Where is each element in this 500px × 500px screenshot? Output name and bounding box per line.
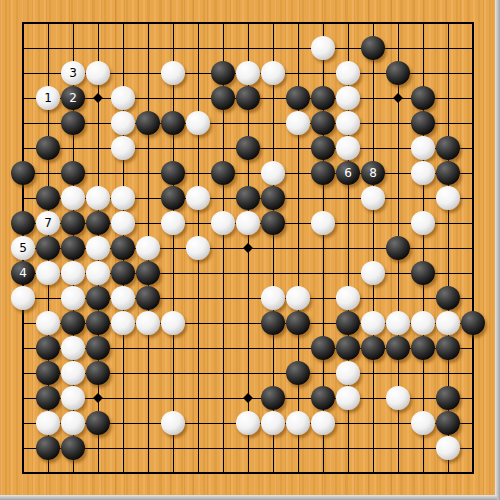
white-stone bbox=[261, 411, 285, 435]
white-stone bbox=[86, 236, 110, 260]
white-stone-move-7: 7 bbox=[36, 211, 60, 235]
white-stone bbox=[336, 386, 360, 410]
white-stone bbox=[136, 311, 160, 335]
black-stone bbox=[236, 186, 260, 210]
black-stone-move-8: 8 bbox=[361, 161, 385, 185]
white-stone bbox=[111, 286, 135, 310]
white-stone bbox=[186, 186, 210, 210]
black-stone bbox=[11, 161, 35, 185]
black-stone bbox=[86, 361, 110, 385]
black-stone bbox=[311, 86, 335, 110]
black-stone bbox=[86, 411, 110, 435]
white-stone bbox=[411, 211, 435, 235]
black-stone bbox=[311, 336, 335, 360]
board-edge-right bbox=[495, 0, 500, 500]
black-stone bbox=[411, 111, 435, 135]
black-stone bbox=[311, 136, 335, 160]
white-stone-move-5: 5 bbox=[11, 236, 35, 260]
white-stone bbox=[361, 261, 385, 285]
black-stone bbox=[436, 386, 460, 410]
white-stone bbox=[311, 211, 335, 235]
black-stone bbox=[311, 386, 335, 410]
black-stone bbox=[36, 186, 60, 210]
white-stone bbox=[361, 311, 385, 335]
black-stone bbox=[436, 286, 460, 310]
black-stone bbox=[161, 161, 185, 185]
white-stone bbox=[411, 411, 435, 435]
black-stone bbox=[411, 86, 435, 110]
black-stone bbox=[86, 336, 110, 360]
white-stone bbox=[411, 161, 435, 185]
white-stone bbox=[111, 211, 135, 235]
white-stone bbox=[86, 261, 110, 285]
move-number-label: 3 bbox=[69, 61, 77, 85]
black-stone bbox=[161, 111, 185, 135]
black-stone bbox=[211, 161, 235, 185]
black-stone bbox=[336, 311, 360, 335]
black-stone bbox=[11, 211, 35, 235]
white-stone bbox=[36, 411, 60, 435]
white-stone bbox=[236, 211, 260, 235]
white-stone bbox=[336, 361, 360, 385]
black-stone bbox=[86, 311, 110, 335]
white-stone bbox=[111, 111, 135, 135]
black-stone bbox=[136, 111, 160, 135]
black-stone bbox=[361, 336, 385, 360]
black-stone bbox=[61, 211, 85, 235]
white-stone bbox=[411, 311, 435, 335]
white-stone bbox=[61, 186, 85, 210]
black-stone bbox=[261, 386, 285, 410]
black-stone bbox=[136, 261, 160, 285]
black-stone bbox=[61, 236, 85, 260]
black-stone bbox=[236, 136, 260, 160]
white-stone bbox=[86, 61, 110, 85]
white-stone bbox=[61, 261, 85, 285]
black-stone bbox=[436, 136, 460, 160]
move-number-label: 1 bbox=[44, 86, 52, 110]
black-stone bbox=[36, 361, 60, 385]
white-stone bbox=[261, 286, 285, 310]
black-stone bbox=[311, 161, 335, 185]
white-stone bbox=[386, 386, 410, 410]
black-stone bbox=[261, 211, 285, 235]
black-stone bbox=[361, 36, 385, 60]
black-stone bbox=[36, 336, 60, 360]
black-stone bbox=[386, 336, 410, 360]
black-stone-move-2: 2 bbox=[61, 86, 85, 110]
white-stone bbox=[111, 186, 135, 210]
white-stone-move-3: 3 bbox=[61, 61, 85, 85]
black-stone bbox=[61, 161, 85, 185]
white-stone bbox=[61, 336, 85, 360]
black-stone bbox=[111, 236, 135, 260]
black-stone bbox=[211, 86, 235, 110]
black-stone bbox=[211, 61, 235, 85]
white-stone bbox=[86, 186, 110, 210]
move-number-label: 2 bbox=[69, 86, 77, 110]
move-number-label: 8 bbox=[369, 161, 377, 185]
white-stone bbox=[361, 186, 385, 210]
white-stone bbox=[436, 186, 460, 210]
black-stone bbox=[36, 436, 60, 460]
black-stone bbox=[386, 236, 410, 260]
black-stone bbox=[36, 136, 60, 160]
black-stone bbox=[286, 361, 310, 385]
go-board-screenshot: 31268754 bbox=[0, 0, 500, 500]
white-stone bbox=[161, 61, 185, 85]
white-stone bbox=[261, 161, 285, 185]
black-stone bbox=[436, 336, 460, 360]
white-stone bbox=[161, 411, 185, 435]
white-stone bbox=[61, 286, 85, 310]
black-stone bbox=[111, 261, 135, 285]
black-stone bbox=[136, 286, 160, 310]
white-stone bbox=[236, 61, 260, 85]
white-stone bbox=[411, 136, 435, 160]
black-stone bbox=[86, 286, 110, 310]
white-stone bbox=[186, 111, 210, 135]
white-stone bbox=[161, 311, 185, 335]
white-stone bbox=[61, 411, 85, 435]
white-stone bbox=[311, 36, 335, 60]
black-stone bbox=[436, 411, 460, 435]
black-stone-move-4: 4 bbox=[11, 261, 35, 285]
black-stone bbox=[286, 86, 310, 110]
white-stone bbox=[311, 411, 335, 435]
black-stone bbox=[286, 311, 310, 335]
white-stone bbox=[336, 86, 360, 110]
move-number-label: 6 bbox=[344, 161, 352, 185]
black-stone-move-6: 6 bbox=[336, 161, 360, 185]
black-stone bbox=[161, 186, 185, 210]
white-stone bbox=[261, 61, 285, 85]
black-stone bbox=[311, 111, 335, 135]
black-stone bbox=[61, 111, 85, 135]
white-stone bbox=[36, 261, 60, 285]
black-stone bbox=[411, 261, 435, 285]
white-stone bbox=[436, 436, 460, 460]
white-stone bbox=[211, 211, 235, 235]
white-stone bbox=[436, 311, 460, 335]
white-stone bbox=[111, 86, 135, 110]
black-stone bbox=[86, 211, 110, 235]
move-number-label: 4 bbox=[19, 261, 27, 285]
white-stone bbox=[161, 211, 185, 235]
white-stone bbox=[386, 311, 410, 335]
white-stone bbox=[36, 311, 60, 335]
black-stone bbox=[61, 436, 85, 460]
white-stone bbox=[336, 61, 360, 85]
black-stone bbox=[386, 61, 410, 85]
move-number-label: 7 bbox=[44, 211, 52, 235]
white-stone bbox=[236, 411, 260, 435]
white-stone bbox=[336, 136, 360, 160]
white-stone bbox=[186, 236, 210, 260]
white-stone bbox=[336, 286, 360, 310]
black-stone bbox=[261, 311, 285, 335]
white-stone bbox=[61, 361, 85, 385]
board-edge-bottom bbox=[0, 495, 497, 500]
white-stone bbox=[286, 286, 310, 310]
white-stone bbox=[136, 236, 160, 260]
black-stone bbox=[36, 236, 60, 260]
white-stone bbox=[336, 111, 360, 135]
black-stone bbox=[36, 386, 60, 410]
black-stone bbox=[236, 86, 260, 110]
move-number-label: 5 bbox=[19, 236, 27, 260]
white-stone bbox=[286, 411, 310, 435]
black-stone bbox=[61, 311, 85, 335]
white-stone-move-1: 1 bbox=[36, 86, 60, 110]
black-stone bbox=[261, 186, 285, 210]
white-stone bbox=[111, 311, 135, 335]
black-stone bbox=[411, 336, 435, 360]
black-stone bbox=[461, 311, 485, 335]
black-stone bbox=[436, 161, 460, 185]
white-stone bbox=[286, 111, 310, 135]
white-stone bbox=[11, 286, 35, 310]
white-stone bbox=[61, 386, 85, 410]
black-stone bbox=[336, 336, 360, 360]
white-stone bbox=[111, 136, 135, 160]
